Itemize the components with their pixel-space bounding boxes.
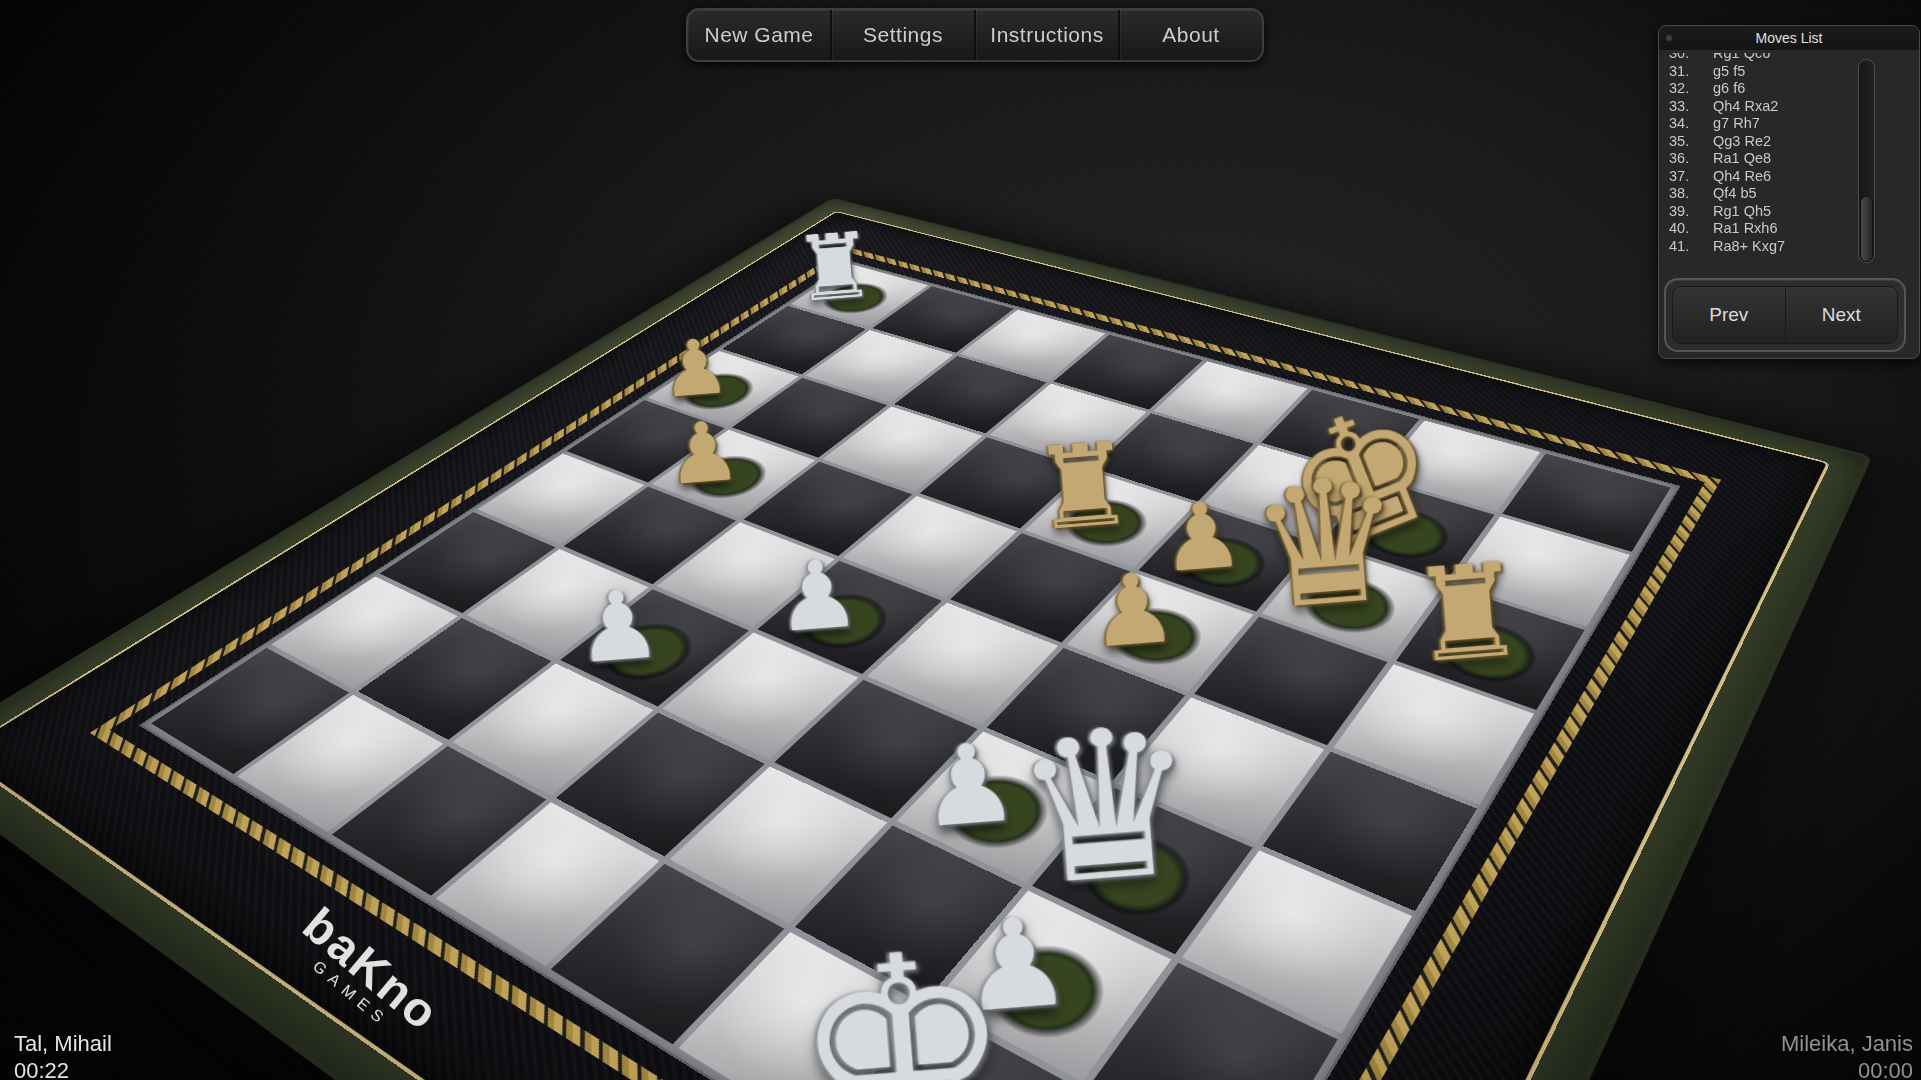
move-number: 39. (1669, 203, 1713, 221)
moves-nav-tray: Prev Next (1664, 278, 1906, 352)
white-player-time: 00:22 (14, 1057, 112, 1080)
black-player-clock: Mileika, Janis 00:00 (1781, 1030, 1913, 1080)
move-text: g5 f5 (1713, 63, 1855, 81)
white-player-clock: Tal, Mihail 00:22 (14, 1030, 112, 1080)
prev-move-button[interactable]: Prev (1672, 286, 1786, 344)
moves-panel-title-text: Moves List (1756, 30, 1823, 46)
move-row-38: 38.Qf4 b5 (1669, 185, 1855, 203)
move-row-39: 39.Rg1 Qh5 (1669, 203, 1855, 221)
move-row-32: 32.g6 f6 (1669, 80, 1855, 98)
move-number: 34. (1669, 115, 1713, 133)
move-number: 40. (1669, 220, 1713, 238)
move-row-41: 41.Ra8+ Kxg7 (1669, 238, 1855, 256)
moves-panel-title: Moves List (1659, 26, 1919, 50)
black-player-name: Mileika, Janis (1781, 1030, 1913, 1057)
new-game-button[interactable]: New Game (688, 10, 832, 60)
move-row-31: 31.g5 f5 (1669, 63, 1855, 81)
move-text: Ra8+ Kxg7 (1713, 238, 1855, 256)
move-text: g6 f6 (1713, 80, 1855, 98)
move-number: 33. (1669, 98, 1713, 116)
move-text: Rg1 Qc6 (1713, 53, 1855, 63)
black-player-time: 00:00 (1781, 1057, 1913, 1080)
move-row-40: 40.Ra1 Rxh6 (1669, 220, 1855, 238)
instructions-button[interactable]: Instructions (976, 10, 1120, 60)
move-number: 37. (1669, 168, 1713, 186)
move-text: Ra1 Rxh6 (1713, 220, 1855, 238)
white-player-name: Tal, Mihail (14, 1030, 112, 1057)
move-row-30: 30.Rg1 Qc6 (1669, 53, 1855, 63)
move-text: Ra1 Qe8 (1713, 150, 1855, 168)
main-menu-bar: New Game Settings Instructions About (686, 8, 1264, 62)
move-text: Qf4 b5 (1713, 185, 1855, 203)
move-row-37: 37.Qh4 Re6 (1669, 168, 1855, 186)
moves-panel: Moves List 30.Rg1 Qc631.g5 f532.g6 f633.… (1658, 25, 1920, 359)
move-row-35: 35.Qg3 Re2 (1669, 133, 1855, 151)
settings-button[interactable]: Settings (832, 10, 976, 60)
moves-list: 30.Rg1 Qc631.g5 f532.g6 f633.Qh4 Rxa234.… (1669, 53, 1855, 263)
moves-scrollbar[interactable] (1858, 59, 1875, 263)
move-row-33: 33.Qh4 Rxa2 (1669, 98, 1855, 116)
move-number: 35. (1669, 133, 1713, 151)
move-text: Qh4 Rxa2 (1713, 98, 1855, 116)
move-text: Rg1 Qh5 (1713, 203, 1855, 221)
move-number: 31. (1669, 63, 1713, 81)
move-number: 30. (1669, 53, 1713, 63)
panel-dot-icon (1666, 35, 1672, 41)
about-button[interactable]: About (1120, 10, 1262, 60)
move-text: g7 Rh7 (1713, 115, 1855, 133)
move-number: 41. (1669, 238, 1713, 256)
move-number: 36. (1669, 150, 1713, 168)
move-text: Qh4 Re6 (1713, 168, 1855, 186)
move-row-36: 36.Ra1 Qe8 (1669, 150, 1855, 168)
move-text: Qg3 Re2 (1713, 133, 1855, 151)
vignette-overlay (0, 0, 1921, 1080)
move-row-34: 34.g7 Rh7 (1669, 115, 1855, 133)
move-number: 32. (1669, 80, 1713, 98)
move-number: 38. (1669, 185, 1713, 203)
moves-scrollbar-thumb[interactable] (1860, 196, 1873, 262)
next-move-button[interactable]: Next (1786, 286, 1899, 344)
